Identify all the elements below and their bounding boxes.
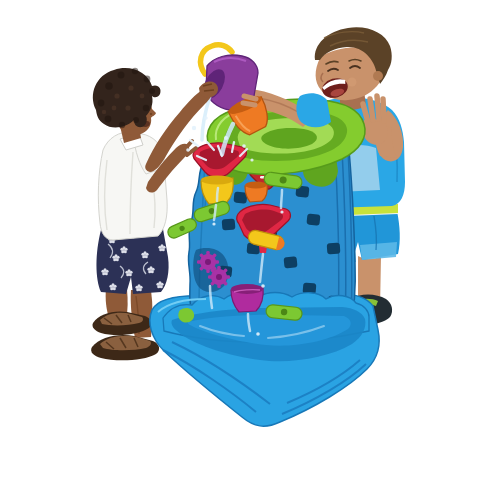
product-photo-stage	[0, 0, 500, 500]
boy-cheek	[348, 78, 357, 87]
boy-ear	[373, 71, 383, 81]
toddler-nostril	[150, 113, 152, 115]
boy-pour-sleeve	[296, 93, 331, 127]
scene-illustration	[0, 0, 500, 500]
boy-shorts-cuff-left	[360, 242, 397, 260]
boy-head	[315, 27, 392, 100]
orange-cup	[245, 182, 267, 203]
lime-piece-base	[178, 308, 194, 323]
magenta-cup	[231, 284, 263, 312]
toddler-head	[93, 68, 161, 135]
